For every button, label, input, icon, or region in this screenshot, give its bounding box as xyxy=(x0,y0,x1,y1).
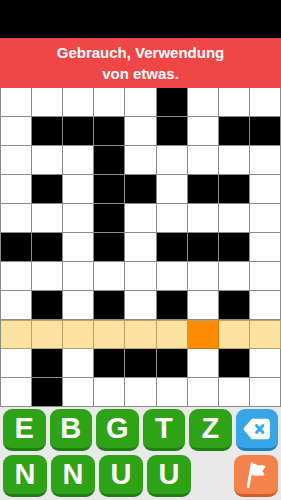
grid-cell-black xyxy=(125,175,156,204)
grid-cell[interactable] xyxy=(1,291,32,320)
clue-line-1: Gebrauch, Verwendung xyxy=(0,42,281,63)
app-screen: Gebrauch, Verwendung von etwas. EBGTZ NN… xyxy=(0,0,281,500)
grid-cell[interactable] xyxy=(219,204,250,233)
grid-cell[interactable] xyxy=(63,291,94,320)
grid-cell[interactable] xyxy=(125,320,156,349)
grid-cell-black xyxy=(188,175,219,204)
grid-cell[interactable] xyxy=(1,204,32,233)
grid-cell[interactable] xyxy=(250,233,281,262)
grid-cell[interactable] xyxy=(63,262,94,291)
grid-cell[interactable] xyxy=(63,88,94,117)
grid-cell[interactable] xyxy=(32,204,63,233)
grid-cell[interactable] xyxy=(125,233,156,262)
grid-cell-black xyxy=(157,88,188,117)
grid-cell-black xyxy=(63,117,94,146)
grid-cell[interactable] xyxy=(1,320,32,349)
grid-cell[interactable] xyxy=(219,320,250,349)
grid-cell[interactable] xyxy=(219,88,250,117)
grid-cell[interactable] xyxy=(125,117,156,146)
grid-cell[interactable] xyxy=(157,378,188,407)
grid-cell[interactable] xyxy=(188,291,219,320)
grid-cell[interactable] xyxy=(188,349,219,378)
grid-cell-black xyxy=(157,291,188,320)
clue-banner: Gebrauch, Verwendung von etwas. xyxy=(0,38,281,88)
grid-cell[interactable] xyxy=(94,262,125,291)
grid-cell[interactable] xyxy=(157,320,188,349)
grid-cell-black xyxy=(188,233,219,262)
grid-cell[interactable] xyxy=(1,349,32,378)
grid-cell-black xyxy=(94,291,125,320)
grid-cell-black xyxy=(32,378,63,407)
grid-cell[interactable] xyxy=(250,88,281,117)
grid-cell[interactable] xyxy=(125,378,156,407)
letter-tile-G[interactable]: G xyxy=(96,409,139,451)
grid-cell[interactable] xyxy=(1,117,32,146)
grid-cell[interactable] xyxy=(125,291,156,320)
grid-cell-black xyxy=(94,146,125,175)
grid-cell-black xyxy=(94,233,125,262)
letter-tile-T[interactable]: T xyxy=(143,409,186,451)
grid-cell[interactable] xyxy=(219,378,250,407)
grid-cell-black xyxy=(94,349,125,378)
grid-cell[interactable] xyxy=(188,117,219,146)
grid-cell-black xyxy=(125,349,156,378)
letter-keyboard: EBGTZ NNUU xyxy=(0,407,281,500)
letter-tile-U[interactable]: U xyxy=(99,455,143,497)
grid-cell[interactable] xyxy=(157,175,188,204)
grid-cell[interactable] xyxy=(250,204,281,233)
grid-cell[interactable] xyxy=(94,320,125,349)
clue-line-2: von etwas. xyxy=(0,63,281,84)
letter-tile-U[interactable]: U xyxy=(147,455,191,497)
letter-tile-N[interactable]: N xyxy=(51,455,95,497)
grid-cell-black xyxy=(157,349,188,378)
backspace-button[interactable] xyxy=(236,409,279,451)
grid-cell[interactable] xyxy=(157,146,188,175)
grid-cell[interactable] xyxy=(250,262,281,291)
grid-cell-black xyxy=(32,233,63,262)
grid-cell[interactable] xyxy=(1,88,32,117)
grid-cell[interactable] xyxy=(63,204,94,233)
grid-cell[interactable] xyxy=(250,378,281,407)
grid-cell[interactable] xyxy=(125,204,156,233)
grid-cell[interactable] xyxy=(32,146,63,175)
grid-cell-black xyxy=(157,117,188,146)
grid-cell-black xyxy=(32,117,63,146)
letter-tile-N[interactable]: N xyxy=(3,455,47,497)
grid-cell[interactable] xyxy=(1,378,32,407)
grid-cell[interactable] xyxy=(1,262,32,291)
keyboard-row-2: NNUU xyxy=(3,455,278,497)
grid-cell[interactable] xyxy=(63,349,94,378)
grid-cell-black xyxy=(250,117,281,146)
grid-cell-black xyxy=(32,175,63,204)
flag-icon xyxy=(242,460,270,490)
grid-cell[interactable] xyxy=(125,262,156,291)
grid-cell[interactable] xyxy=(250,146,281,175)
backspace-icon xyxy=(242,416,272,442)
grid-cell[interactable] xyxy=(32,262,63,291)
grid-cell[interactable] xyxy=(219,146,250,175)
grid-cell[interactable] xyxy=(250,175,281,204)
letter-tile-B[interactable]: B xyxy=(50,409,93,451)
status-bar xyxy=(0,0,281,38)
grid-cell-black xyxy=(219,291,250,320)
grid-cell[interactable] xyxy=(188,378,219,407)
grid-cell-black xyxy=(94,117,125,146)
letter-tile-E[interactable]: E xyxy=(3,409,46,451)
grid-cell[interactable] xyxy=(63,378,94,407)
grid-cell[interactable] xyxy=(32,88,63,117)
grid-cell-black xyxy=(32,349,63,378)
grid-cell[interactable] xyxy=(188,204,219,233)
grid-cell[interactable] xyxy=(1,146,32,175)
grid-cell-black xyxy=(157,233,188,262)
grid-cell[interactable] xyxy=(157,204,188,233)
grid-cell-black xyxy=(219,233,250,262)
grid-cell[interactable] xyxy=(63,320,94,349)
grid-cell[interactable] xyxy=(94,88,125,117)
grid-cell[interactable] xyxy=(32,320,63,349)
grid-cell-black xyxy=(32,291,63,320)
crossword-grid xyxy=(0,88,281,407)
grid-cell[interactable] xyxy=(63,146,94,175)
grid-cell-black xyxy=(219,175,250,204)
grid-cell[interactable] xyxy=(63,175,94,204)
grid-cell[interactable] xyxy=(125,146,156,175)
keyboard-row-1: EBGTZ xyxy=(3,409,278,451)
grid-cell[interactable] xyxy=(219,262,250,291)
grid-cell[interactable] xyxy=(157,262,188,291)
grid-cell-black xyxy=(219,349,250,378)
grid-cell-black xyxy=(219,117,250,146)
grid-cell[interactable] xyxy=(94,378,125,407)
grid-cell[interactable] xyxy=(250,349,281,378)
letter-tile-Z[interactable]: Z xyxy=(189,409,232,451)
grid-cell[interactable] xyxy=(63,233,94,262)
grid-cell[interactable] xyxy=(250,291,281,320)
grid-cell-black xyxy=(1,233,32,262)
grid-cell[interactable] xyxy=(1,175,32,204)
grid-cell[interactable] xyxy=(188,146,219,175)
grid-cell-black xyxy=(94,204,125,233)
grid-cell[interactable] xyxy=(250,320,281,349)
grid-cell[interactable] xyxy=(188,262,219,291)
flag-button[interactable] xyxy=(234,455,278,497)
grid-cell[interactable] xyxy=(188,320,219,349)
grid-cell[interactable] xyxy=(188,88,219,117)
grid-cell[interactable] xyxy=(125,88,156,117)
grid-cell-black xyxy=(94,175,125,204)
